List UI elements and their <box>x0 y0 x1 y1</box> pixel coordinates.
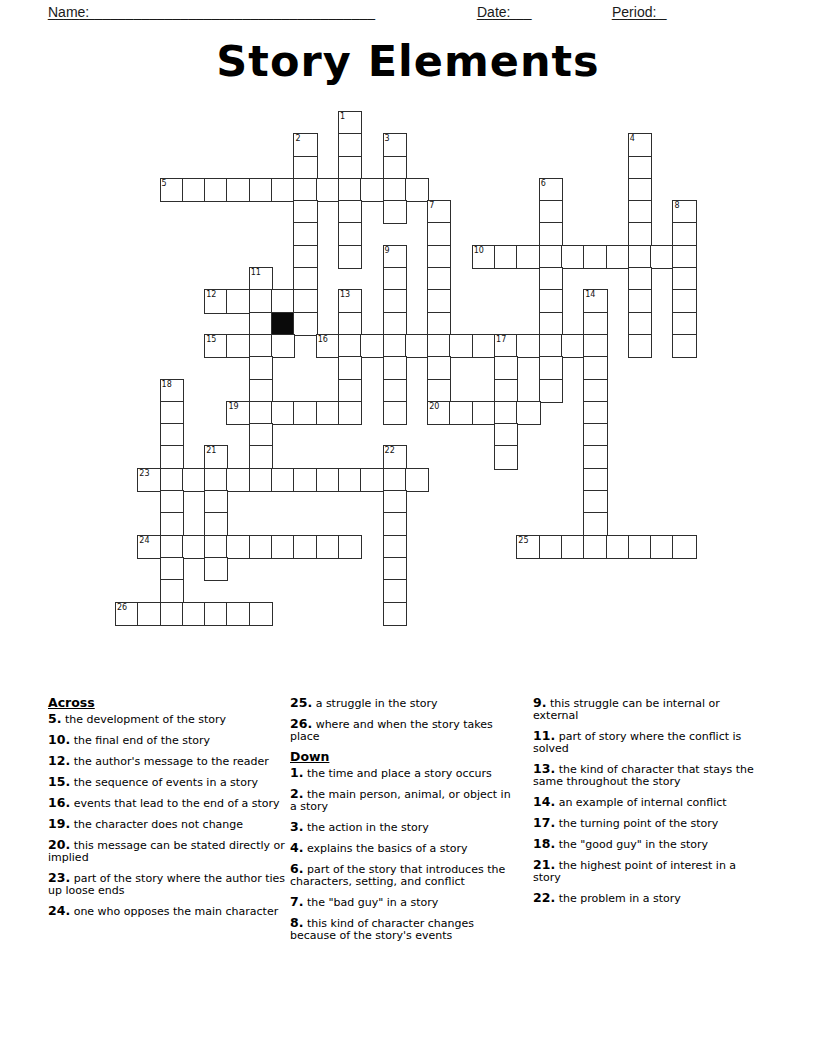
period-blank-line[interactable]: _______ <box>612 4 667 20</box>
grid-cell[interactable] <box>161 513 183 535</box>
clue-text: where and when the story takes place <box>290 718 493 743</box>
grid-cell[interactable] <box>205 603 227 625</box>
cell-number: 4 <box>630 134 635 143</box>
grid-cell[interactable] <box>272 290 294 312</box>
grid-cell[interactable] <box>540 201 562 223</box>
grid-cell[interactable] <box>161 469 183 491</box>
clue-item: 13. the kind of character that stays the… <box>533 763 767 788</box>
clue-item: 11. part of story where the conflict is … <box>533 730 767 755</box>
worksheet-header: Name: __________________________________… <box>0 4 816 24</box>
grid-cell[interactable] <box>540 313 562 335</box>
clue-text: the kind of character that stays the sam… <box>533 763 754 788</box>
grid-cell[interactable]: 5 <box>161 179 183 201</box>
cell-number: 12 <box>206 290 216 299</box>
grid-cell[interactable] <box>629 157 651 179</box>
down-clue-list: 1. the time and place a story occurs2. t… <box>290 767 518 942</box>
clue-item: 3. the action in the story <box>290 821 518 834</box>
grid-cell[interactable] <box>651 536 673 558</box>
grid-cell[interactable] <box>183 536 205 558</box>
grid-cell[interactable] <box>562 335 584 357</box>
grid-cell[interactable] <box>629 290 651 312</box>
grid-cell[interactable] <box>250 179 272 201</box>
clue-text: part of the story where the author ties … <box>48 872 285 897</box>
cell-number: 20 <box>429 402 439 411</box>
grid-cell[interactable] <box>161 446 183 468</box>
grid-cell[interactable] <box>317 179 339 201</box>
clue-text: the turning point of the story <box>555 817 718 830</box>
cell-number: 24 <box>139 536 149 545</box>
grid-cell[interactable]: 8 <box>673 201 695 223</box>
clue-text: this kind of character changes because o… <box>290 917 474 942</box>
grid-cell[interactable] <box>227 603 249 625</box>
grid-cell[interactable] <box>161 558 183 580</box>
grid-cell[interactable] <box>495 424 517 446</box>
cell-number: 13 <box>340 290 350 299</box>
cell-number: 26 <box>117 603 127 612</box>
grid-cell[interactable] <box>495 246 517 268</box>
grid-cell[interactable] <box>294 469 316 491</box>
grid-cell[interactable] <box>562 536 584 558</box>
grid-cell[interactable] <box>227 290 249 312</box>
clue-number: 12. <box>48 753 70 768</box>
grid-cell[interactable] <box>294 223 316 245</box>
grid-cell[interactable] <box>384 357 406 379</box>
clue-number: 6. <box>290 861 303 876</box>
grid-cell[interactable] <box>339 357 361 379</box>
grid-cell[interactable] <box>428 335 450 357</box>
grid-cell[interactable]: 7 <box>428 201 450 223</box>
grid-cell[interactable] <box>294 290 316 312</box>
grid-cell[interactable] <box>629 313 651 335</box>
clue-number: 18. <box>533 836 555 851</box>
grid-cell[interactable] <box>272 335 294 357</box>
grid-cell[interactable] <box>673 246 695 268</box>
clue-number: 2. <box>290 786 303 801</box>
clue-item: 12. the author's message to the reader <box>48 755 286 768</box>
grid-cell[interactable] <box>673 290 695 312</box>
grid-cell[interactable] <box>540 335 562 357</box>
grid-cell[interactable] <box>673 223 695 245</box>
grid-cell[interactable] <box>584 424 606 446</box>
clue-column-3: 9. this struggle can be internal or exte… <box>533 697 767 913</box>
clue-number: 9. <box>533 695 546 710</box>
clue-text: the "bad guy" in a story <box>303 896 438 909</box>
grid-cell[interactable] <box>495 446 517 468</box>
cell-number: 15 <box>206 335 216 344</box>
grid-cell[interactable] <box>339 179 361 201</box>
grid-cell[interactable] <box>161 580 183 602</box>
grid-cell[interactable] <box>161 603 183 625</box>
clue-text: the sequence of events in a story <box>70 776 258 789</box>
clue-text: the highest point of interest in a story <box>533 859 736 884</box>
grid-cell[interactable] <box>339 201 361 223</box>
cell-number: 18 <box>162 380 172 389</box>
grid-cell[interactable] <box>406 179 428 201</box>
clue-number: 16. <box>48 795 70 810</box>
grid-cell[interactable] <box>250 603 272 625</box>
grid-cell[interactable] <box>317 536 339 558</box>
grid-cell[interactable] <box>183 469 205 491</box>
grid-cell[interactable] <box>384 380 406 402</box>
grid-cell[interactable] <box>584 469 606 491</box>
clue-number: 22. <box>533 890 555 905</box>
cell-number: 10 <box>474 246 484 255</box>
clue-item: 7. the "bad guy" in a story <box>290 896 518 909</box>
grid-cell[interactable] <box>629 536 651 558</box>
grid-cell[interactable] <box>540 357 562 379</box>
grid-cell[interactable] <box>384 402 406 424</box>
grid-cell[interactable]: 15 <box>205 335 227 357</box>
grid-cell[interactable] <box>250 446 272 468</box>
grid-cell[interactable] <box>584 357 606 379</box>
clue-item: 9. this struggle can be internal or exte… <box>533 697 767 722</box>
grid-cell[interactable] <box>540 536 562 558</box>
clue-number: 5. <box>48 711 61 726</box>
clue-number: 14. <box>533 794 555 809</box>
grid-cell[interactable] <box>250 290 272 312</box>
grid-cell[interactable] <box>161 491 183 513</box>
down-heading: Down <box>290 751 518 763</box>
clue-text: the time and place a story occurs <box>303 767 491 780</box>
grid-cell[interactable] <box>339 536 361 558</box>
grid-cell[interactable] <box>540 380 562 402</box>
grid-cell[interactable] <box>250 402 272 424</box>
grid-cell[interactable] <box>294 201 316 223</box>
clue-column-2: 25. a struggle in the story26. where and… <box>290 697 518 950</box>
grid-cell[interactable] <box>272 469 294 491</box>
clue-item: 14. an example of internal conflict <box>533 796 767 809</box>
grid-cell[interactable]: 25 <box>517 536 539 558</box>
grid-cell[interactable] <box>629 246 651 268</box>
clue-item: 1. the time and place a story occurs <box>290 767 518 780</box>
grid-cell[interactable] <box>250 424 272 446</box>
grid-cell[interactable] <box>272 536 294 558</box>
grid-cell[interactable] <box>607 246 629 268</box>
grid-cell[interactable] <box>428 246 450 268</box>
grid-cell[interactable] <box>161 402 183 424</box>
grid-cell[interactable] <box>294 157 316 179</box>
clue-item: 26. where and when the story takes place <box>290 718 518 743</box>
cell-number: 22 <box>385 446 395 455</box>
grid-cell[interactable] <box>205 513 227 535</box>
grid-cell[interactable] <box>428 357 450 379</box>
grid-cell[interactable]: 19 <box>227 402 249 424</box>
clue-item: 2. the main person, animal, or object in… <box>290 788 518 813</box>
grid-cell[interactable] <box>272 402 294 424</box>
grid-cell[interactable] <box>428 268 450 290</box>
grid-cell[interactable] <box>517 335 539 357</box>
grid-cell[interactable] <box>584 380 606 402</box>
grid-cell[interactable]: 13 <box>339 290 361 312</box>
grid-cell[interactable] <box>317 469 339 491</box>
grid-cell[interactable] <box>584 491 606 513</box>
cell-number: 19 <box>228 402 238 411</box>
crossword-grid: 1234567891011121314151617181920212223242… <box>116 112 696 625</box>
grid-cell[interactable] <box>629 223 651 245</box>
grid-cell[interactable]: 10 <box>473 246 495 268</box>
cell-number: 21 <box>206 446 216 455</box>
grid-cell[interactable] <box>227 469 249 491</box>
grid-cell[interactable] <box>227 179 249 201</box>
grid-cell[interactable] <box>428 290 450 312</box>
grid-cell[interactable] <box>384 313 406 335</box>
clue-item: 19. the character does not change <box>48 818 286 831</box>
cell-number: 11 <box>251 268 261 277</box>
clue-item: 24. one who opposes the main character <box>48 905 286 918</box>
clue-text: the final end of the story <box>70 734 210 747</box>
grid-cell[interactable]: 11 <box>250 268 272 290</box>
grid-cell[interactable] <box>384 179 406 201</box>
grid-cell[interactable] <box>473 402 495 424</box>
clue-number: 15. <box>48 774 70 789</box>
grid-cell[interactable] <box>361 335 383 357</box>
grid-cell[interactable] <box>673 268 695 290</box>
clue-text: this message can be stated directly or i… <box>48 839 285 864</box>
grid-cell[interactable] <box>673 313 695 335</box>
cell-number: 3 <box>385 134 390 143</box>
grid-cell[interactable] <box>584 536 606 558</box>
grid-cell[interactable] <box>540 268 562 290</box>
page-title: Story Elements <box>0 36 816 86</box>
clue-text: one who opposes the main character <box>70 905 278 918</box>
clue-number: 1. <box>290 765 303 780</box>
clue-number: 8. <box>290 915 303 930</box>
clue-text: explains the basics of a story <box>303 842 467 855</box>
clue-item: 17. the turning point of the story <box>533 817 767 830</box>
clue-text: events that lead to the end of a story <box>70 797 279 810</box>
grid-cell[interactable] <box>584 402 606 424</box>
clue-item: 23. part of the story where the author t… <box>48 872 286 897</box>
grid-cell[interactable] <box>250 469 272 491</box>
grid-cell[interactable] <box>428 380 450 402</box>
date-blank-line[interactable]: _______ <box>477 4 532 20</box>
cell-number: 25 <box>518 536 528 545</box>
name-blank-line[interactable]: ________________________________________… <box>48 4 375 20</box>
clue-number: 25. <box>290 695 312 710</box>
clue-number: 26. <box>290 716 312 731</box>
grid-cell[interactable] <box>250 335 272 357</box>
grid-cell[interactable] <box>495 357 517 379</box>
grid-cell[interactable] <box>629 268 651 290</box>
grid-cell[interactable]: 16 <box>317 335 339 357</box>
grid-cell[interactable] <box>629 335 651 357</box>
grid-cell[interactable] <box>183 179 205 201</box>
grid-cell[interactable] <box>517 402 539 424</box>
grid-cell[interactable]: 12 <box>205 290 227 312</box>
grid-cell[interactable] <box>205 558 227 580</box>
grid-cell[interactable] <box>339 380 361 402</box>
grid-cell[interactable] <box>294 402 316 424</box>
grid-cell[interactable] <box>384 469 406 491</box>
clue-number: 20. <box>48 837 70 852</box>
grid-cell[interactable] <box>540 290 562 312</box>
grid-cell[interactable]: 17 <box>495 335 517 357</box>
cell-number: 6 <box>541 179 546 188</box>
grid-cell[interactable] <box>317 402 339 424</box>
grid-cell[interactable] <box>384 580 406 602</box>
cell-number: 8 <box>674 201 679 210</box>
clue-text: the development of the story <box>61 713 226 726</box>
grid-cell[interactable] <box>517 246 539 268</box>
grid-cell[interactable] <box>384 335 406 357</box>
clue-text: part of story where the conflict is solv… <box>533 730 741 755</box>
grid-cell[interactable] <box>227 536 249 558</box>
clue-number: 19. <box>48 816 70 831</box>
grid-cell[interactable] <box>673 536 695 558</box>
clue-number: 24. <box>48 903 70 918</box>
grid-cell[interactable] <box>294 313 316 335</box>
down-clue-list-continued: 9. this struggle can be internal or exte… <box>533 697 767 905</box>
cell-number: 9 <box>385 246 390 255</box>
clue-number: 7. <box>290 894 303 909</box>
grid-cell[interactable] <box>495 402 517 424</box>
grid-cell[interactable] <box>584 513 606 535</box>
grid-cell[interactable] <box>361 179 383 201</box>
grid-cell[interactable] <box>384 536 406 558</box>
grid-cell[interactable] <box>584 313 606 335</box>
grid-cell[interactable] <box>294 536 316 558</box>
grid-cell[interactable] <box>384 201 406 223</box>
grid-cell[interactable] <box>673 335 695 357</box>
clue-item: 18. the "good guy" in the story <box>533 838 767 851</box>
clue-number: 23. <box>48 870 70 885</box>
grid-cell[interactable]: 3 <box>384 134 406 156</box>
grid-cell[interactable] <box>339 313 361 335</box>
grid-cell[interactable] <box>450 335 472 357</box>
across-heading: Across <box>48 697 286 709</box>
cell-number: 17 <box>496 335 506 344</box>
grid-cell[interactable]: 26 <box>116 603 138 625</box>
grid-cell[interactable]: 9 <box>384 246 406 268</box>
grid-cell[interactable] <box>294 268 316 290</box>
grid-cell[interactable] <box>495 380 517 402</box>
grid-cell[interactable] <box>651 246 673 268</box>
grid-cell[interactable] <box>138 603 160 625</box>
grid-cell[interactable] <box>406 469 428 491</box>
grid-cell[interactable] <box>205 536 227 558</box>
grid-cell[interactable] <box>250 536 272 558</box>
grid-cell[interactable] <box>227 335 249 357</box>
clue-text: the author's message to the reader <box>70 755 269 768</box>
grid-cell[interactable] <box>584 335 606 357</box>
grid-cell[interactable] <box>540 223 562 245</box>
clue-item: 10. the final end of the story <box>48 734 286 747</box>
cell-number: 5 <box>162 179 167 188</box>
grid-cell[interactable] <box>339 157 361 179</box>
clue-column-1: Across 5. the development of the story10… <box>48 697 286 926</box>
grid-cell[interactable]: 14 <box>584 290 606 312</box>
grid-cell[interactable] <box>384 290 406 312</box>
grid-cell[interactable]: 1 <box>339 112 361 134</box>
grid-cell[interactable] <box>384 513 406 535</box>
grid-cell[interactable]: 21 <box>205 446 227 468</box>
clue-number: 17. <box>533 815 555 830</box>
grid-cell[interactable]: 22 <box>384 446 406 468</box>
clue-item: 16. events that lead to the end of a sto… <box>48 797 286 810</box>
grid-cell[interactable] <box>384 491 406 513</box>
clue-item: 8. this kind of character changes becaus… <box>290 917 518 942</box>
grid-cell[interactable] <box>584 446 606 468</box>
clue-item: 21. the highest point of interest in a s… <box>533 859 767 884</box>
grid-cell[interactable] <box>584 246 606 268</box>
grid-cell[interactable]: 18 <box>161 380 183 402</box>
clue-number: 13. <box>533 761 555 776</box>
clue-number: 21. <box>533 857 555 872</box>
grid-cell[interactable] <box>384 157 406 179</box>
cell-number: 1 <box>340 112 345 121</box>
grid-cell[interactable]: 24 <box>138 536 160 558</box>
grid-cell[interactable] <box>250 357 272 379</box>
grid-cell[interactable] <box>339 223 361 245</box>
grid-cell[interactable] <box>361 469 383 491</box>
grid-cell[interactable]: 20 <box>428 402 450 424</box>
grid-cell[interactable] <box>183 603 205 625</box>
grid-cell[interactable] <box>339 469 361 491</box>
cell-number: 23 <box>139 469 149 478</box>
grid-cell[interactable]: 23 <box>138 469 160 491</box>
clue-item: 22. the problem in a story <box>533 892 767 905</box>
grid-cell[interactable]: 2 <box>294 134 316 156</box>
grid-cell[interactable] <box>607 536 629 558</box>
grid-cell[interactable] <box>629 201 651 223</box>
across-clue-list: 5. the development of the story10. the f… <box>48 713 286 918</box>
clue-text: the action in the story <box>303 821 428 834</box>
clue-item: 6. part of the story that introduces the… <box>290 863 518 888</box>
grid-cell[interactable] <box>428 223 450 245</box>
grid-cell[interactable] <box>540 246 562 268</box>
clue-number: 3. <box>290 819 303 834</box>
grid-cell[interactable] <box>205 491 227 513</box>
grid-cell[interactable] <box>473 335 495 357</box>
grid-cell[interactable] <box>339 134 361 156</box>
cell-number: 14 <box>585 290 595 299</box>
grid-cell[interactable] <box>384 268 406 290</box>
grid-cell[interactable] <box>562 246 584 268</box>
clue-number: 10. <box>48 732 70 747</box>
grid-cell[interactable]: 6 <box>540 179 562 201</box>
grid-cell[interactable] <box>161 424 183 446</box>
grid-cell[interactable] <box>629 179 651 201</box>
grid-cell[interactable]: 4 <box>629 134 651 156</box>
grid-cell[interactable] <box>406 335 428 357</box>
grid-cell[interactable] <box>384 603 406 625</box>
grid-cell[interactable] <box>339 335 361 357</box>
grid-cell[interactable] <box>294 246 316 268</box>
grid-cell[interactable] <box>272 179 294 201</box>
grid-cell[interactable] <box>294 179 316 201</box>
grid-cell[interactable] <box>339 402 361 424</box>
clue-number: 4. <box>290 840 303 855</box>
grid-cell[interactable] <box>450 402 472 424</box>
grid-cell[interactable] <box>250 313 272 335</box>
cell-number: 16 <box>318 335 328 344</box>
clue-text: the main person, animal, or object in a … <box>290 788 511 813</box>
clue-text: part of the story that introduces the ch… <box>290 863 505 888</box>
clue-item: 5. the development of the story <box>48 713 286 726</box>
grid-cell[interactable] <box>205 469 227 491</box>
grid-cell[interactable] <box>384 558 406 580</box>
grid-cell[interactable] <box>339 246 361 268</box>
clue-number: 11. <box>533 728 555 743</box>
grid-cell[interactable] <box>161 536 183 558</box>
grid-cell[interactable] <box>428 313 450 335</box>
grid-cell[interactable] <box>205 179 227 201</box>
clue-item: 20. this message can be stated directly … <box>48 839 286 864</box>
black-cell <box>272 313 294 335</box>
clue-text: the "good guy" in the story <box>555 838 708 851</box>
grid-cell[interactable] <box>250 380 272 402</box>
clue-item: 15. the sequence of events in a story <box>48 776 286 789</box>
